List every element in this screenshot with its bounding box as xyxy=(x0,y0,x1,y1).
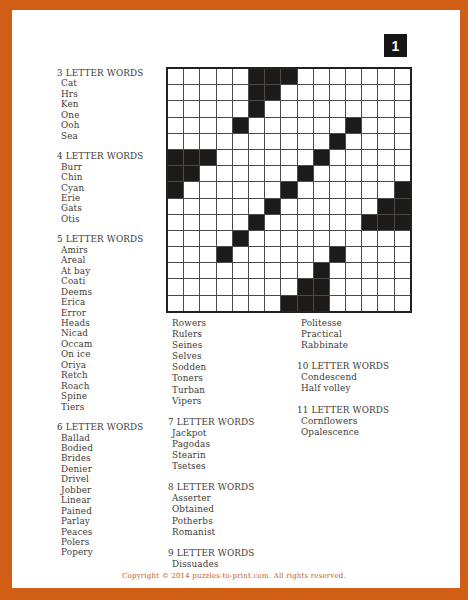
grid-cell[interactable] xyxy=(346,166,361,181)
grid-cell[interactable] xyxy=(314,85,329,100)
grid-cell[interactable] xyxy=(200,247,215,262)
grid-cell[interactable] xyxy=(395,85,410,100)
grid-cell[interactable] xyxy=(265,215,280,230)
grid-cell[interactable] xyxy=(314,101,329,116)
word-list-section: 3 LETTER WORDSCatHrsKenOneOohSea xyxy=(57,68,143,141)
block-cell xyxy=(233,231,248,246)
word-item: Erie xyxy=(57,193,143,203)
grid-cell[interactable] xyxy=(378,247,393,262)
grid-cell[interactable] xyxy=(168,134,183,149)
word-item: Dissuades xyxy=(168,559,254,570)
grid-cell[interactable] xyxy=(233,247,248,262)
grid-cell[interactable] xyxy=(281,279,296,294)
block-cell xyxy=(314,150,329,165)
grid-cell[interactable] xyxy=(395,231,410,246)
block-cell xyxy=(281,296,296,311)
grid-cell[interactable] xyxy=(249,247,264,262)
block-cell xyxy=(378,215,393,230)
block-cell xyxy=(184,150,199,165)
word-item: Amirs xyxy=(57,245,143,255)
word-item: Coati xyxy=(57,276,143,286)
word-item: Otis xyxy=(57,214,143,224)
puzzle-number-badge: 1 xyxy=(384,34,407,57)
word-item: Sodden xyxy=(168,362,254,373)
puzzle-number: 1 xyxy=(392,38,400,54)
word-item: Cyan xyxy=(57,183,143,193)
grid-cell[interactable] xyxy=(378,182,393,197)
word-item: Error xyxy=(57,308,143,318)
grid-cell[interactable] xyxy=(346,150,361,165)
grid-cell[interactable] xyxy=(314,134,329,149)
grid-cell[interactable] xyxy=(249,182,264,197)
grid-cell[interactable] xyxy=(362,231,377,246)
grid-cell[interactable] xyxy=(314,199,329,214)
block-cell xyxy=(184,166,199,181)
word-item: Bodied xyxy=(57,443,143,453)
word-item: Roach xyxy=(57,381,143,391)
grid-cell[interactable] xyxy=(346,279,361,294)
word-column-right: PolitessePracticalRabbinate10 LETTER WOR… xyxy=(297,318,389,438)
grid-cell[interactable] xyxy=(265,101,280,116)
grid-cell[interactable] xyxy=(200,118,215,133)
word-item: Stearin xyxy=(168,450,254,461)
grid-cell[interactable] xyxy=(330,69,345,84)
word-item: Tiers xyxy=(57,402,143,412)
word-item: Linear xyxy=(57,495,143,505)
block-cell xyxy=(249,101,264,116)
grid-cell[interactable] xyxy=(395,101,410,116)
word-item: On ice xyxy=(57,349,143,359)
word-list-heading: 8 LETTER WORDS xyxy=(168,482,254,493)
grid-cell[interactable] xyxy=(265,296,280,311)
grid-cell[interactable] xyxy=(249,150,264,165)
block-cell xyxy=(314,279,329,294)
grid-cell[interactable] xyxy=(233,296,248,311)
grid-cell[interactable] xyxy=(395,296,410,311)
word-item: Rabbinate xyxy=(297,340,389,351)
grid-cell[interactable] xyxy=(249,263,264,278)
word-item: Jobber xyxy=(57,485,143,495)
grid-cell[interactable] xyxy=(281,150,296,165)
grid-cell[interactable] xyxy=(298,118,313,133)
grid-cell[interactable] xyxy=(346,85,361,100)
word-list-heading: 7 LETTER WORDS xyxy=(168,417,254,428)
word-item: Tsetses xyxy=(168,461,254,472)
word-item: Toners xyxy=(168,373,254,384)
word-item: Burr xyxy=(57,162,143,172)
word-list-section: 8 LETTER WORDSAsserterObtainedPotherbsRo… xyxy=(168,482,254,537)
grid-cell[interactable] xyxy=(314,69,329,84)
grid-cell[interactable] xyxy=(330,296,345,311)
word-item: Occam xyxy=(57,339,143,349)
grid-cell[interactable] xyxy=(330,279,345,294)
grid-cell[interactable] xyxy=(217,134,232,149)
grid-cell[interactable] xyxy=(378,134,393,149)
block-cell xyxy=(314,263,329,278)
grid-cell[interactable] xyxy=(346,134,361,149)
grid-cell[interactable] xyxy=(362,199,377,214)
grid-cell[interactable] xyxy=(168,296,183,311)
word-item: Cornflowers xyxy=(297,416,389,427)
word-item: Hrs xyxy=(57,89,143,99)
grid-cell[interactable] xyxy=(330,199,345,214)
word-list-heading: 9 LETTER WORDS xyxy=(168,548,254,559)
grid-cell[interactable] xyxy=(314,247,329,262)
grid-cell[interactable] xyxy=(330,150,345,165)
grid-cell[interactable] xyxy=(362,150,377,165)
grid-cell[interactable] xyxy=(184,263,199,278)
grid-cell[interactable] xyxy=(265,150,280,165)
grid-cell[interactable] xyxy=(249,231,264,246)
grid-cell[interactable] xyxy=(362,263,377,278)
grid-cell[interactable] xyxy=(330,166,345,181)
grid-cell[interactable] xyxy=(249,279,264,294)
grid-cell[interactable] xyxy=(346,199,361,214)
grid-cell[interactable] xyxy=(281,118,296,133)
grid-cell[interactable] xyxy=(200,199,215,214)
grid-cell[interactable] xyxy=(330,263,345,278)
grid-cell[interactable] xyxy=(233,215,248,230)
word-item: Oriya xyxy=(57,360,143,370)
grid-cell[interactable] xyxy=(362,166,377,181)
grid-cell[interactable] xyxy=(184,231,199,246)
grid-cell[interactable] xyxy=(265,263,280,278)
word-item: Seines xyxy=(168,340,254,351)
grid-cell[interactable] xyxy=(265,182,280,197)
grid-cell[interactable] xyxy=(298,215,313,230)
grid-cell[interactable] xyxy=(395,247,410,262)
grid-cell[interactable] xyxy=(200,296,215,311)
grid-cell[interactable] xyxy=(217,279,232,294)
word-list-section: 6 LETTER WORDSBalladBodiedBridesDenierDr… xyxy=(57,422,143,558)
grid-cell[interactable] xyxy=(362,85,377,100)
block-cell xyxy=(168,150,183,165)
block-cell xyxy=(378,199,393,214)
grid-cell[interactable] xyxy=(233,279,248,294)
grid-cell[interactable] xyxy=(217,85,232,100)
word-item: Opalescence xyxy=(297,427,389,438)
block-cell xyxy=(265,85,280,100)
grid-cell[interactable] xyxy=(298,85,313,100)
grid-cell[interactable] xyxy=(362,101,377,116)
grid-cell[interactable] xyxy=(298,263,313,278)
word-list-heading: 10 LETTER WORDS xyxy=(297,361,389,372)
grid-cell[interactable] xyxy=(200,101,215,116)
grid-cell[interactable] xyxy=(314,182,329,197)
grid-cell[interactable] xyxy=(184,134,199,149)
grid-cell[interactable] xyxy=(330,215,345,230)
grid-cell[interactable] xyxy=(265,134,280,149)
grid-cell[interactable] xyxy=(200,231,215,246)
block-cell xyxy=(346,118,361,133)
grid-cell[interactable] xyxy=(217,101,232,116)
grid-cell[interactable] xyxy=(346,69,361,84)
word-list-section: 7 LETTER WORDSJackpotPagodasStearinTsets… xyxy=(168,417,254,472)
grid-cell[interactable] xyxy=(200,279,215,294)
grid-cell[interactable] xyxy=(395,166,410,181)
copyright-footer: Copyright © 2014 puzzles-to-print.com. A… xyxy=(0,572,468,580)
word-item: Politesse xyxy=(297,318,389,329)
grid-cell[interactable] xyxy=(362,296,377,311)
grid-cell[interactable] xyxy=(378,166,393,181)
grid-cell[interactable] xyxy=(184,101,199,116)
grid-cell[interactable] xyxy=(200,182,215,197)
grid-cell[interactable] xyxy=(281,263,296,278)
grid-cell[interactable] xyxy=(233,101,248,116)
word-item: Pained xyxy=(57,506,143,516)
grid-cell[interactable] xyxy=(200,134,215,149)
block-cell xyxy=(298,166,313,181)
grid-cell[interactable] xyxy=(233,199,248,214)
grid-cell[interactable] xyxy=(378,279,393,294)
grid-cell[interactable] xyxy=(378,150,393,165)
word-list-section: 5 LETTER WORDSAmirsArealAt bayCoatiDeems… xyxy=(57,234,143,412)
grid-cell[interactable] xyxy=(362,182,377,197)
grid-cell[interactable] xyxy=(168,85,183,100)
grid-cell[interactable] xyxy=(298,150,313,165)
grid-cell[interactable] xyxy=(395,263,410,278)
grid-cell[interactable] xyxy=(168,263,183,278)
word-item: Popery xyxy=(57,547,143,557)
grid-cell[interactable] xyxy=(233,69,248,84)
grid-cell[interactable] xyxy=(378,118,393,133)
grid-cell[interactable] xyxy=(362,118,377,133)
grid-cell[interactable] xyxy=(200,263,215,278)
grid-cell[interactable] xyxy=(200,215,215,230)
grid-cell[interactable] xyxy=(168,279,183,294)
grid-cell[interactable] xyxy=(233,263,248,278)
word-list-section: 10 LETTER WORDSCondescendHalf volley xyxy=(297,361,389,394)
grid-cell[interactable] xyxy=(281,101,296,116)
grid-cell[interactable] xyxy=(330,231,345,246)
grid-cell[interactable] xyxy=(184,215,199,230)
word-item: Drivel xyxy=(57,474,143,484)
block-cell xyxy=(330,134,345,149)
grid-cell[interactable] xyxy=(330,85,345,100)
word-item: Spine xyxy=(57,391,143,401)
grid-cell[interactable] xyxy=(184,247,199,262)
grid-cell[interactable] xyxy=(249,134,264,149)
block-cell xyxy=(395,199,410,214)
grid-cell[interactable] xyxy=(346,247,361,262)
grid-cell[interactable] xyxy=(378,263,393,278)
grid-cell[interactable] xyxy=(378,296,393,311)
grid-cell[interactable] xyxy=(395,134,410,149)
grid-cell[interactable] xyxy=(395,69,410,84)
grid-cell[interactable] xyxy=(346,231,361,246)
grid-cell[interactable] xyxy=(362,279,377,294)
grid-cell[interactable] xyxy=(217,118,232,133)
word-item: Pagodas xyxy=(168,439,254,450)
grid-cell[interactable] xyxy=(168,118,183,133)
block-cell xyxy=(249,215,264,230)
grid-cell[interactable] xyxy=(314,231,329,246)
grid-cell[interactable] xyxy=(249,296,264,311)
word-list-section: RowersRulersSeinesSelvesSoddenTonersTurb… xyxy=(168,318,254,407)
word-list-heading: 3 LETTER WORDS xyxy=(57,68,143,78)
grid-cell[interactable] xyxy=(330,101,345,116)
grid-cell[interactable] xyxy=(265,247,280,262)
word-item: At bay xyxy=(57,266,143,276)
block-cell xyxy=(330,247,345,262)
grid-cell[interactable] xyxy=(281,247,296,262)
grid-cell[interactable] xyxy=(265,166,280,181)
grid-cell[interactable] xyxy=(184,182,199,197)
grid-cell[interactable] xyxy=(298,231,313,246)
grid-cell[interactable] xyxy=(217,296,232,311)
grid-cell[interactable] xyxy=(200,69,215,84)
grid-cell[interactable] xyxy=(217,166,232,181)
word-item: Condescend xyxy=(297,372,389,383)
word-item: Polers xyxy=(57,537,143,547)
grid-cell[interactable] xyxy=(249,166,264,181)
word-list-section: PolitessePracticalRabbinate xyxy=(297,318,389,351)
block-cell xyxy=(233,118,248,133)
grid-cell[interactable] xyxy=(362,247,377,262)
grid-cell[interactable] xyxy=(184,279,199,294)
grid-cell[interactable] xyxy=(168,231,183,246)
grid-cell[interactable] xyxy=(233,150,248,165)
word-list-section: 4 LETTER WORDSBurrChinCyanErieGatsOtis xyxy=(57,151,143,224)
grid-cell[interactable] xyxy=(298,182,313,197)
grid-cell[interactable] xyxy=(346,182,361,197)
grid-cell[interactable] xyxy=(346,263,361,278)
grid-cell[interactable] xyxy=(168,215,183,230)
word-item: Areal xyxy=(57,255,143,265)
grid-cell[interactable] xyxy=(265,279,280,294)
grid-cell[interactable] xyxy=(168,101,183,116)
grid-cell[interactable] xyxy=(362,69,377,84)
block-cell xyxy=(298,296,313,311)
grid-cell[interactable] xyxy=(168,247,183,262)
grid-cell[interactable] xyxy=(346,101,361,116)
grid-cell[interactable] xyxy=(298,69,313,84)
block-cell xyxy=(362,215,377,230)
grid-cell[interactable] xyxy=(281,215,296,230)
word-item: Denier xyxy=(57,464,143,474)
word-item: Rowers xyxy=(168,318,254,329)
word-item: Parlay xyxy=(57,516,143,526)
grid-cell[interactable] xyxy=(281,85,296,100)
word-item: Vipers xyxy=(168,396,254,407)
grid-cell[interactable] xyxy=(346,296,361,311)
grid-cell[interactable] xyxy=(281,199,296,214)
grid-cell[interactable] xyxy=(249,199,264,214)
word-column-middle: RowersRulersSeinesSelvesSoddenTonersTurb… xyxy=(168,318,254,570)
grid-cell[interactable] xyxy=(168,69,183,84)
grid-cell[interactable] xyxy=(233,182,248,197)
grid-cell[interactable] xyxy=(168,199,183,214)
grid-cell[interactable] xyxy=(233,166,248,181)
word-item: Jackpot xyxy=(168,428,254,439)
grid-cell[interactable] xyxy=(265,118,280,133)
word-list-section: 9 LETTER WORDSDissuades xyxy=(168,548,254,570)
grid-cell[interactable] xyxy=(378,69,393,84)
block-cell xyxy=(395,182,410,197)
grid-cell[interactable] xyxy=(314,215,329,230)
grid-cell[interactable] xyxy=(281,166,296,181)
word-item: Romanist xyxy=(168,527,254,538)
grid-cell[interactable] xyxy=(184,199,199,214)
grid-cell[interactable] xyxy=(298,199,313,214)
block-cell xyxy=(168,166,183,181)
word-item: Chin xyxy=(57,172,143,182)
block-cell xyxy=(281,182,296,197)
word-list-section: 11 LETTER WORDSCornflowersOpalescence xyxy=(297,405,389,438)
block-cell xyxy=(200,150,215,165)
grid-cell[interactable] xyxy=(378,101,393,116)
grid-cell[interactable] xyxy=(217,150,232,165)
grid-cell[interactable] xyxy=(298,247,313,262)
grid-cell[interactable] xyxy=(314,166,329,181)
word-item: Deems xyxy=(57,287,143,297)
block-cell xyxy=(249,85,264,100)
grid-cell[interactable] xyxy=(281,134,296,149)
grid-cell[interactable] xyxy=(249,118,264,133)
grid-cell[interactable] xyxy=(184,296,199,311)
grid-cell[interactable] xyxy=(395,118,410,133)
grid-cell[interactable] xyxy=(184,118,199,133)
grid-cell[interactable] xyxy=(184,69,199,84)
word-item: Half volley xyxy=(297,383,389,394)
word-item: Ooh xyxy=(57,120,143,130)
grid-cell[interactable] xyxy=(217,263,232,278)
grid-cell[interactable] xyxy=(281,231,296,246)
word-column-left: 3 LETTER WORDSCatHrsKenOneOohSea4 LETTER… xyxy=(57,68,143,558)
word-item: Nicad xyxy=(57,328,143,338)
word-item: Selves xyxy=(168,351,254,362)
grid-cell[interactable] xyxy=(378,231,393,246)
grid-cell[interactable] xyxy=(217,182,232,197)
grid-cell[interactable] xyxy=(378,85,393,100)
word-list-heading: 4 LETTER WORDS xyxy=(57,151,143,161)
grid-cell[interactable] xyxy=(330,118,345,133)
grid-cell[interactable] xyxy=(330,182,345,197)
grid-cell[interactable] xyxy=(217,69,232,84)
word-item: One xyxy=(57,110,143,120)
block-cell xyxy=(249,69,264,84)
grid-cell[interactable] xyxy=(200,85,215,100)
grid-cell[interactable] xyxy=(233,134,248,149)
grid-cell[interactable] xyxy=(395,279,410,294)
grid-cell[interactable] xyxy=(346,215,361,230)
grid-cell[interactable] xyxy=(265,231,280,246)
grid-cell[interactable] xyxy=(184,85,199,100)
word-item: Heads xyxy=(57,318,143,328)
word-item: Practical xyxy=(297,329,389,340)
grid-cell[interactable] xyxy=(217,215,232,230)
puzzle-grid xyxy=(166,67,412,313)
block-cell xyxy=(314,296,329,311)
grid-cell[interactable] xyxy=(298,101,313,116)
grid-cell[interactable] xyxy=(395,150,410,165)
word-item: Cat xyxy=(57,78,143,88)
word-item: Ken xyxy=(57,99,143,109)
word-list-heading: 11 LETTER WORDS xyxy=(297,405,389,416)
grid-cell[interactable] xyxy=(314,118,329,133)
word-item: Gats xyxy=(57,203,143,213)
word-item: Erica xyxy=(57,297,143,307)
word-list-heading: 6 LETTER WORDS xyxy=(57,422,143,432)
block-cell xyxy=(265,199,280,214)
grid-cell[interactable] xyxy=(217,199,232,214)
grid-cell[interactable] xyxy=(233,85,248,100)
grid-cell[interactable] xyxy=(298,134,313,149)
grid-cell[interactable] xyxy=(362,134,377,149)
grid-cell[interactable] xyxy=(217,231,232,246)
word-item: Potherbs xyxy=(168,516,254,527)
grid-cell[interactable] xyxy=(200,166,215,181)
